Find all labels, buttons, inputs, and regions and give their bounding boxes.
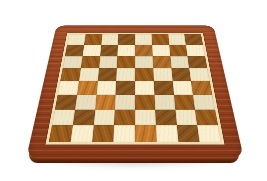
square-c1[interactable] <box>92 125 114 142</box>
square-h7[interactable] <box>186 45 205 56</box>
square-c7[interactable] <box>100 45 118 56</box>
square-b2[interactable] <box>73 109 95 125</box>
square-a7[interactable] <box>65 45 84 56</box>
square-e6[interactable] <box>135 56 153 68</box>
square-a3[interactable] <box>55 95 77 110</box>
square-d4[interactable] <box>116 81 135 95</box>
square-g5[interactable] <box>171 68 191 81</box>
square-g7[interactable] <box>169 45 188 56</box>
square-e5[interactable] <box>135 68 154 81</box>
photo-background <box>0 0 267 181</box>
square-b1[interactable] <box>70 125 93 142</box>
square-b4[interactable] <box>77 81 98 95</box>
square-f5[interactable] <box>153 68 172 81</box>
square-c5[interactable] <box>98 68 117 81</box>
chess-board <box>26 25 244 158</box>
square-h1[interactable] <box>197 125 221 142</box>
square-d2[interactable] <box>114 109 135 125</box>
square-g2[interactable] <box>175 109 197 125</box>
square-d1[interactable] <box>113 125 135 142</box>
square-d5[interactable] <box>116 68 135 81</box>
square-a2[interactable] <box>52 109 75 125</box>
square-e3[interactable] <box>135 95 155 110</box>
square-f2[interactable] <box>155 109 177 125</box>
square-a8[interactable] <box>67 34 85 45</box>
square-b5[interactable] <box>79 68 99 81</box>
square-g6[interactable] <box>170 56 189 68</box>
square-g4[interactable] <box>172 81 193 95</box>
square-a4[interactable] <box>58 81 79 95</box>
square-h5[interactable] <box>189 68 210 81</box>
square-h4[interactable] <box>191 81 212 95</box>
square-c2[interactable] <box>93 109 115 125</box>
board-grid <box>49 34 222 142</box>
square-h2[interactable] <box>195 109 218 125</box>
square-c4[interactable] <box>96 81 116 95</box>
square-g1[interactable] <box>177 125 200 142</box>
square-b3[interactable] <box>75 95 96 110</box>
square-d6[interactable] <box>117 56 135 68</box>
square-e2[interactable] <box>135 109 156 125</box>
square-c8[interactable] <box>101 34 118 45</box>
square-c3[interactable] <box>95 95 116 110</box>
square-e1[interactable] <box>135 125 157 142</box>
square-f3[interactable] <box>154 95 175 110</box>
square-f1[interactable] <box>156 125 178 142</box>
square-b7[interactable] <box>82 45 101 56</box>
square-e7[interactable] <box>135 45 153 56</box>
square-f4[interactable] <box>154 81 174 95</box>
square-g3[interactable] <box>174 95 195 110</box>
square-b6[interactable] <box>81 56 100 68</box>
square-d7[interactable] <box>117 45 135 56</box>
square-e4[interactable] <box>135 81 154 95</box>
square-a6[interactable] <box>63 56 83 68</box>
board-inlay-border <box>45 33 224 145</box>
square-d8[interactable] <box>118 34 135 45</box>
square-h3[interactable] <box>193 95 215 110</box>
square-f8[interactable] <box>151 34 168 45</box>
square-e8[interactable] <box>135 34 152 45</box>
square-f6[interactable] <box>153 56 172 68</box>
square-h8[interactable] <box>184 34 202 45</box>
square-b8[interactable] <box>84 34 102 45</box>
square-a5[interactable] <box>60 68 81 81</box>
square-d3[interactable] <box>115 95 135 110</box>
square-g8[interactable] <box>168 34 186 45</box>
square-f7[interactable] <box>152 45 170 56</box>
square-h6[interactable] <box>188 56 208 68</box>
board-frame <box>26 25 244 158</box>
square-a1[interactable] <box>49 125 73 142</box>
square-c6[interactable] <box>99 56 118 68</box>
